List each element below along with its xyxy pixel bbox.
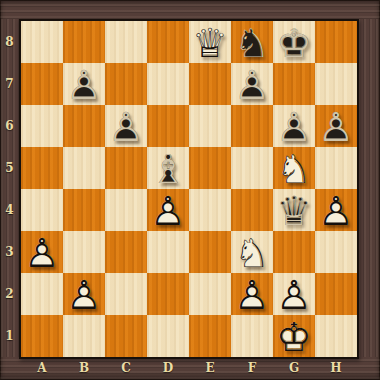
- file-label-e: E: [189, 359, 231, 377]
- square-d1[interactable]: [147, 315, 189, 357]
- file-label-h: H: [315, 359, 357, 377]
- square-f5[interactable]: [231, 147, 273, 189]
- rank-labels: 87654321: [0, 21, 19, 357]
- black-pawn[interactable]: ♟♙: [105, 105, 147, 147]
- board-frame-top: [0, 0, 380, 19]
- square-c5[interactable]: [105, 147, 147, 189]
- square-b1[interactable]: [63, 315, 105, 357]
- square-d4[interactable]: ♟♙: [147, 189, 189, 231]
- square-a6[interactable]: [21, 105, 63, 147]
- square-c3[interactable]: [105, 231, 147, 273]
- square-a5[interactable]: [21, 147, 63, 189]
- square-f1[interactable]: [231, 315, 273, 357]
- square-a1[interactable]: [21, 315, 63, 357]
- chess-board-app: ♛♕♞♘♚♔♟♙♟♙♟♙♟♙♟♙♝♗♞♘♟♙♛♕♟♙♟♙♞♘♟♙♟♙♟♙♚♔ 8…: [0, 0, 380, 380]
- file-label-a: A: [21, 359, 63, 377]
- white-knight[interactable]: ♞♘: [231, 231, 273, 273]
- file-label-g: G: [273, 359, 315, 377]
- square-f2[interactable]: ♟♙: [231, 273, 273, 315]
- black-queen[interactable]: ♛♕: [273, 189, 315, 231]
- file-labels: ABCDEFGH: [21, 359, 357, 377]
- white-pawn[interactable]: ♟♙: [63, 273, 105, 315]
- black-knight[interactable]: ♞♘: [231, 21, 273, 63]
- square-a3[interactable]: ♟♙: [21, 231, 63, 273]
- square-h3[interactable]: [315, 231, 357, 273]
- square-d5[interactable]: ♝♗: [147, 147, 189, 189]
- white-pawn[interactable]: ♟♙: [147, 189, 189, 231]
- square-b4[interactable]: [63, 189, 105, 231]
- square-h4[interactable]: ♟♙: [315, 189, 357, 231]
- square-b5[interactable]: [63, 147, 105, 189]
- square-g2[interactable]: ♟♙: [273, 273, 315, 315]
- rank-label-5: 5: [0, 147, 19, 189]
- square-d8[interactable]: [147, 21, 189, 63]
- square-a7[interactable]: [21, 63, 63, 105]
- square-d7[interactable]: [147, 63, 189, 105]
- square-e2[interactable]: [189, 273, 231, 315]
- rank-label-1: 1: [0, 315, 19, 357]
- file-label-b: B: [63, 359, 105, 377]
- square-h6[interactable]: ♟♙: [315, 105, 357, 147]
- square-h8[interactable]: [315, 21, 357, 63]
- square-c1[interactable]: [105, 315, 147, 357]
- board: ♛♕♞♘♚♔♟♙♟♙♟♙♟♙♟♙♝♗♞♘♟♙♛♕♟♙♟♙♞♘♟♙♟♙♟♙♚♔: [19, 19, 359, 359]
- square-d3[interactable]: [147, 231, 189, 273]
- square-c6[interactable]: ♟♙: [105, 105, 147, 147]
- square-e5[interactable]: [189, 147, 231, 189]
- square-e3[interactable]: [189, 231, 231, 273]
- black-bishop[interactable]: ♝♗: [147, 147, 189, 189]
- square-f6[interactable]: [231, 105, 273, 147]
- white-pawn[interactable]: ♟♙: [273, 273, 315, 315]
- white-king[interactable]: ♚♔: [273, 315, 315, 357]
- square-g8[interactable]: ♚♔: [273, 21, 315, 63]
- file-label-d: D: [147, 359, 189, 377]
- square-f4[interactable]: [231, 189, 273, 231]
- white-knight[interactable]: ♞♘: [273, 147, 315, 189]
- square-h5[interactable]: [315, 147, 357, 189]
- square-a4[interactable]: [21, 189, 63, 231]
- square-e7[interactable]: [189, 63, 231, 105]
- square-g3[interactable]: [273, 231, 315, 273]
- black-king[interactable]: ♚♔: [273, 21, 315, 63]
- black-pawn[interactable]: ♟♙: [231, 63, 273, 105]
- square-g1[interactable]: ♚♔: [273, 315, 315, 357]
- square-e8[interactable]: ♛♕: [189, 21, 231, 63]
- square-b3[interactable]: [63, 231, 105, 273]
- square-e4[interactable]: [189, 189, 231, 231]
- square-f8[interactable]: ♞♘: [231, 21, 273, 63]
- square-g6[interactable]: ♟♙: [273, 105, 315, 147]
- square-a2[interactable]: [21, 273, 63, 315]
- white-queen[interactable]: ♛♕: [189, 21, 231, 63]
- black-pawn[interactable]: ♟♙: [315, 105, 357, 147]
- rank-label-6: 6: [0, 105, 19, 147]
- square-d6[interactable]: [147, 105, 189, 147]
- square-g5[interactable]: ♞♘: [273, 147, 315, 189]
- rank-label-7: 7: [0, 63, 19, 105]
- file-label-c: C: [105, 359, 147, 377]
- rank-label-3: 3: [0, 231, 19, 273]
- square-g4[interactable]: ♛♕: [273, 189, 315, 231]
- square-e6[interactable]: [189, 105, 231, 147]
- board-frame-right: [357, 19, 380, 357]
- rank-label-8: 8: [0, 21, 19, 63]
- square-b7[interactable]: ♟♙: [63, 63, 105, 105]
- black-pawn[interactable]: ♟♙: [63, 63, 105, 105]
- square-f3[interactable]: ♞♘: [231, 231, 273, 273]
- square-g7[interactable]: [273, 63, 315, 105]
- square-b2[interactable]: ♟♙: [63, 273, 105, 315]
- square-d2[interactable]: [147, 273, 189, 315]
- square-c7[interactable]: [105, 63, 147, 105]
- square-b6[interactable]: [63, 105, 105, 147]
- square-e1[interactable]: [189, 315, 231, 357]
- square-c2[interactable]: [105, 273, 147, 315]
- square-h1[interactable]: [315, 315, 357, 357]
- white-pawn[interactable]: ♟♙: [231, 273, 273, 315]
- square-h2[interactable]: [315, 273, 357, 315]
- file-label-f: F: [231, 359, 273, 377]
- rank-label-2: 2: [0, 273, 19, 315]
- square-b8[interactable]: [63, 21, 105, 63]
- square-c8[interactable]: [105, 21, 147, 63]
- square-c4[interactable]: [105, 189, 147, 231]
- white-pawn[interactable]: ♟♙: [315, 189, 357, 231]
- square-a8[interactable]: [21, 21, 63, 63]
- rank-label-4: 4: [0, 189, 19, 231]
- square-f7[interactable]: ♟♙: [231, 63, 273, 105]
- square-h7[interactable]: [315, 63, 357, 105]
- white-pawn[interactable]: ♟♙: [21, 231, 63, 273]
- black-pawn[interactable]: ♟♙: [273, 105, 315, 147]
